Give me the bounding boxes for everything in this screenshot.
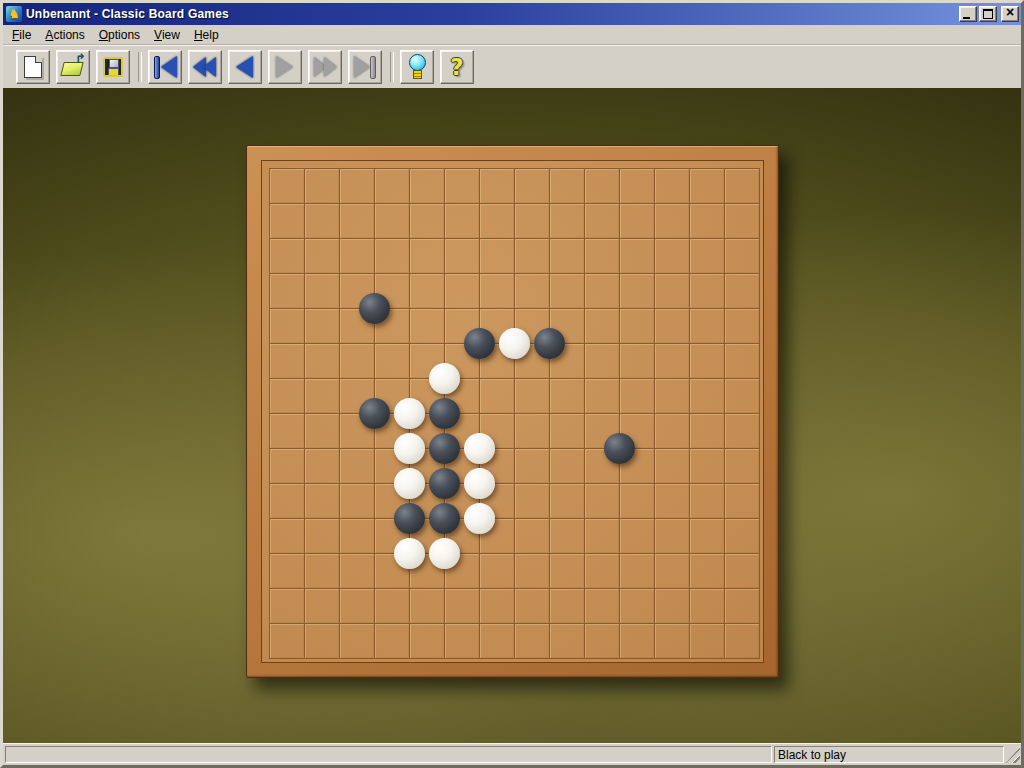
menu-options[interactable]: Options xyxy=(92,26,147,44)
board-cell xyxy=(444,238,479,273)
board-cell xyxy=(619,378,654,413)
board-cell xyxy=(374,448,409,483)
board-cell xyxy=(479,343,514,378)
board-cell xyxy=(514,378,549,413)
board-cell xyxy=(514,413,549,448)
board-cell xyxy=(374,483,409,518)
board-cell xyxy=(724,518,759,553)
board-cell xyxy=(304,483,339,518)
board-cell xyxy=(514,483,549,518)
hint-button[interactable] xyxy=(400,50,434,84)
board-cell xyxy=(339,168,374,203)
board-cell xyxy=(409,378,444,413)
board-cell xyxy=(409,623,444,658)
help-button[interactable] xyxy=(440,50,474,84)
board-cell xyxy=(444,448,479,483)
board-cell xyxy=(304,168,339,203)
status-message-panel xyxy=(5,746,772,763)
board-cell xyxy=(479,238,514,273)
board-surface[interactable] xyxy=(261,160,764,663)
board-cell xyxy=(339,448,374,483)
board-cell xyxy=(654,343,689,378)
board-cell xyxy=(374,343,409,378)
board-cell xyxy=(724,553,759,588)
board-cell xyxy=(269,553,304,588)
board-cell xyxy=(584,378,619,413)
board-cell xyxy=(374,238,409,273)
board-cell xyxy=(549,588,584,623)
menu-help[interactable]: Help xyxy=(187,26,226,44)
board-cell xyxy=(479,588,514,623)
board-cell xyxy=(409,203,444,238)
new-button[interactable] xyxy=(16,50,50,84)
board-cell xyxy=(549,623,584,658)
board-cell xyxy=(619,168,654,203)
board-cell xyxy=(689,203,724,238)
save-floppy-icon xyxy=(103,57,123,77)
board-cell xyxy=(304,623,339,658)
board-cell xyxy=(269,168,304,203)
board-cell xyxy=(584,553,619,588)
toolbar xyxy=(3,44,1021,88)
maximize-button[interactable] xyxy=(979,6,997,22)
board-cell xyxy=(374,378,409,413)
board-cell xyxy=(724,343,759,378)
board-cell xyxy=(689,238,724,273)
board-cell xyxy=(374,553,409,588)
board-cell xyxy=(479,553,514,588)
board-cell xyxy=(514,518,549,553)
board-cell xyxy=(339,378,374,413)
board-cell xyxy=(339,273,374,308)
board-cell xyxy=(584,588,619,623)
board-cell xyxy=(584,413,619,448)
board-cell xyxy=(654,203,689,238)
board-cell xyxy=(374,273,409,308)
board-cell xyxy=(479,273,514,308)
board-cell xyxy=(549,203,584,238)
board-cell xyxy=(619,238,654,273)
board-cell xyxy=(374,413,409,448)
board-cell xyxy=(374,588,409,623)
board-cell xyxy=(689,413,724,448)
board-cell xyxy=(409,168,444,203)
board-cell xyxy=(514,168,549,203)
board-cell xyxy=(339,308,374,343)
board-cell xyxy=(689,553,724,588)
board-cell xyxy=(654,518,689,553)
board-cell xyxy=(269,238,304,273)
gomoku-board xyxy=(246,145,779,678)
board-cell xyxy=(339,483,374,518)
board-cell xyxy=(304,553,339,588)
board-cell xyxy=(549,378,584,413)
board-cell xyxy=(549,238,584,273)
board-cell xyxy=(514,448,549,483)
board-cell xyxy=(304,273,339,308)
board-cell xyxy=(514,238,549,273)
board-cell xyxy=(479,378,514,413)
board-cell xyxy=(689,168,724,203)
board-cell xyxy=(514,623,549,658)
board-cell xyxy=(689,518,724,553)
board-cell xyxy=(654,413,689,448)
board-cell xyxy=(724,168,759,203)
board-cell xyxy=(619,588,654,623)
board-cell xyxy=(619,203,654,238)
board-cell xyxy=(689,623,724,658)
window-controls xyxy=(959,6,1019,22)
board-cell xyxy=(339,238,374,273)
last-move-button xyxy=(348,50,382,84)
board-cell xyxy=(444,483,479,518)
board-cell xyxy=(444,553,479,588)
board-cell xyxy=(584,518,619,553)
board-cell xyxy=(619,518,654,553)
board-cell xyxy=(409,343,444,378)
board-cell xyxy=(619,343,654,378)
go-first-icon xyxy=(153,55,177,79)
board-cell xyxy=(374,308,409,343)
board-cell xyxy=(269,308,304,343)
board-cell xyxy=(269,623,304,658)
board-cell xyxy=(724,203,759,238)
board-cell xyxy=(584,273,619,308)
app-icon[interactable]: ♞ xyxy=(6,6,22,22)
board-cell xyxy=(689,448,724,483)
board-cell xyxy=(269,378,304,413)
board-cell xyxy=(304,343,339,378)
minimize-button[interactable] xyxy=(959,6,977,22)
window-title: Unbenannt - Classic Board Games xyxy=(26,7,959,21)
board-cell xyxy=(444,378,479,413)
menu-bar: File Actions Options View Help xyxy=(3,25,1021,44)
board-cell xyxy=(654,448,689,483)
board-cell xyxy=(409,448,444,483)
board-cell xyxy=(444,308,479,343)
board-cell xyxy=(409,553,444,588)
board-cell xyxy=(444,168,479,203)
turn-indicator: Black to play xyxy=(774,746,1004,763)
board-cell xyxy=(514,553,549,588)
fast-forward-button xyxy=(308,50,342,84)
board-cell xyxy=(409,483,444,518)
board-cell xyxy=(374,518,409,553)
board-cell xyxy=(409,588,444,623)
board-cell xyxy=(549,413,584,448)
board-cell xyxy=(654,308,689,343)
board-cell xyxy=(549,168,584,203)
hint-bulb-icon xyxy=(407,54,427,80)
board-cell xyxy=(339,553,374,588)
board-cell xyxy=(549,273,584,308)
fast-rewind-button[interactable] xyxy=(188,50,222,84)
menu-file[interactable]: File xyxy=(5,26,38,44)
board-cell xyxy=(584,238,619,273)
open-button[interactable] xyxy=(56,50,90,84)
board-cell xyxy=(584,343,619,378)
board-cell xyxy=(269,588,304,623)
board-cell xyxy=(654,483,689,518)
next-move-button xyxy=(268,50,302,84)
board-cell xyxy=(654,553,689,588)
board-cell xyxy=(514,203,549,238)
board-cell xyxy=(374,623,409,658)
menu-actions[interactable]: Actions xyxy=(38,26,91,44)
resize-grip[interactable] xyxy=(1006,747,1020,763)
board-cell xyxy=(374,203,409,238)
board-cell xyxy=(689,483,724,518)
board-cell xyxy=(409,273,444,308)
board-cell xyxy=(339,343,374,378)
board-cell xyxy=(339,413,374,448)
board-cell xyxy=(304,588,339,623)
board-cell xyxy=(479,203,514,238)
board-cell xyxy=(444,273,479,308)
board-cell xyxy=(514,343,549,378)
board-cell xyxy=(409,238,444,273)
board-cell xyxy=(304,203,339,238)
new-document-icon xyxy=(24,56,42,78)
title-bar[interactable]: ♞ Unbenannt - Classic Board Games xyxy=(3,3,1021,25)
board-cell xyxy=(619,308,654,343)
open-folder-icon xyxy=(61,57,85,77)
first-move-button[interactable] xyxy=(148,50,182,84)
game-view xyxy=(3,88,1021,743)
board-cell xyxy=(724,588,759,623)
board-cell xyxy=(724,308,759,343)
board-cell xyxy=(619,273,654,308)
board-cell xyxy=(724,238,759,273)
board-cell xyxy=(584,308,619,343)
board-cell xyxy=(479,413,514,448)
board-cell xyxy=(514,273,549,308)
board-cell xyxy=(444,588,479,623)
board-cell xyxy=(549,343,584,378)
board-cell xyxy=(479,448,514,483)
board-cell xyxy=(409,308,444,343)
board-cell xyxy=(584,448,619,483)
board-cell xyxy=(549,518,584,553)
board-cell xyxy=(549,483,584,518)
board-cell xyxy=(479,518,514,553)
board-cell xyxy=(584,483,619,518)
board-cell xyxy=(269,518,304,553)
board-cell xyxy=(724,623,759,658)
board-cell xyxy=(479,168,514,203)
board-cell xyxy=(304,378,339,413)
board-cell xyxy=(339,623,374,658)
previous-move-button[interactable] xyxy=(228,50,262,84)
board-cell xyxy=(409,518,444,553)
next-icon xyxy=(273,55,297,79)
app-window: ♞ Unbenannt - Classic Board Games File A… xyxy=(0,0,1024,768)
board-cell xyxy=(689,343,724,378)
board-cell xyxy=(654,168,689,203)
go-last-icon xyxy=(353,55,377,79)
previous-icon xyxy=(233,55,257,79)
board-cell xyxy=(479,483,514,518)
board-cell xyxy=(304,518,339,553)
board-cell xyxy=(444,623,479,658)
board-cell xyxy=(549,308,584,343)
board-cell xyxy=(724,448,759,483)
board-cell xyxy=(619,623,654,658)
board-cell xyxy=(654,238,689,273)
board-cell xyxy=(549,448,584,483)
toolbar-separator xyxy=(138,52,142,82)
board-cell xyxy=(269,343,304,378)
board-cell xyxy=(269,203,304,238)
menu-view[interactable]: View xyxy=(147,26,187,44)
board-cell xyxy=(654,378,689,413)
board-cell xyxy=(549,553,584,588)
board-cell xyxy=(444,343,479,378)
board-cell xyxy=(689,588,724,623)
board-cell xyxy=(584,168,619,203)
board-cell xyxy=(269,483,304,518)
close-button[interactable] xyxy=(1001,6,1019,22)
board-cell xyxy=(619,413,654,448)
status-bar: Black to play xyxy=(3,743,1021,765)
board-cell xyxy=(304,413,339,448)
board-cell xyxy=(654,623,689,658)
board-cell xyxy=(689,308,724,343)
board-cell xyxy=(724,378,759,413)
board-cell xyxy=(409,413,444,448)
board-cell xyxy=(304,308,339,343)
board-cell xyxy=(444,518,479,553)
board-cell xyxy=(654,588,689,623)
board-cell xyxy=(689,273,724,308)
board-cell xyxy=(724,273,759,308)
board-cell xyxy=(444,413,479,448)
board-cell xyxy=(479,308,514,343)
board-cell xyxy=(619,483,654,518)
board-cell xyxy=(269,273,304,308)
board-cell xyxy=(584,203,619,238)
board-cell xyxy=(654,273,689,308)
toolbar-separator xyxy=(390,52,394,82)
board-cell xyxy=(479,623,514,658)
board-cell xyxy=(724,413,759,448)
board-grid[interactable] xyxy=(269,168,760,659)
board-cell xyxy=(269,413,304,448)
board-cell xyxy=(374,168,409,203)
board-cell xyxy=(724,483,759,518)
board-cell xyxy=(514,308,549,343)
fast-forward-icon xyxy=(313,55,337,79)
save-button[interactable] xyxy=(96,50,130,84)
board-cell xyxy=(339,518,374,553)
fast-rewind-icon xyxy=(193,55,217,79)
board-cell xyxy=(689,378,724,413)
board-cell xyxy=(619,448,654,483)
board-cell xyxy=(584,623,619,658)
board-cell xyxy=(339,203,374,238)
board-cell xyxy=(269,448,304,483)
board-cell xyxy=(304,238,339,273)
board-cell xyxy=(514,588,549,623)
board-cell xyxy=(444,203,479,238)
board-cell xyxy=(619,553,654,588)
board-cell xyxy=(304,448,339,483)
board-cell xyxy=(339,588,374,623)
help-icon xyxy=(447,54,467,80)
